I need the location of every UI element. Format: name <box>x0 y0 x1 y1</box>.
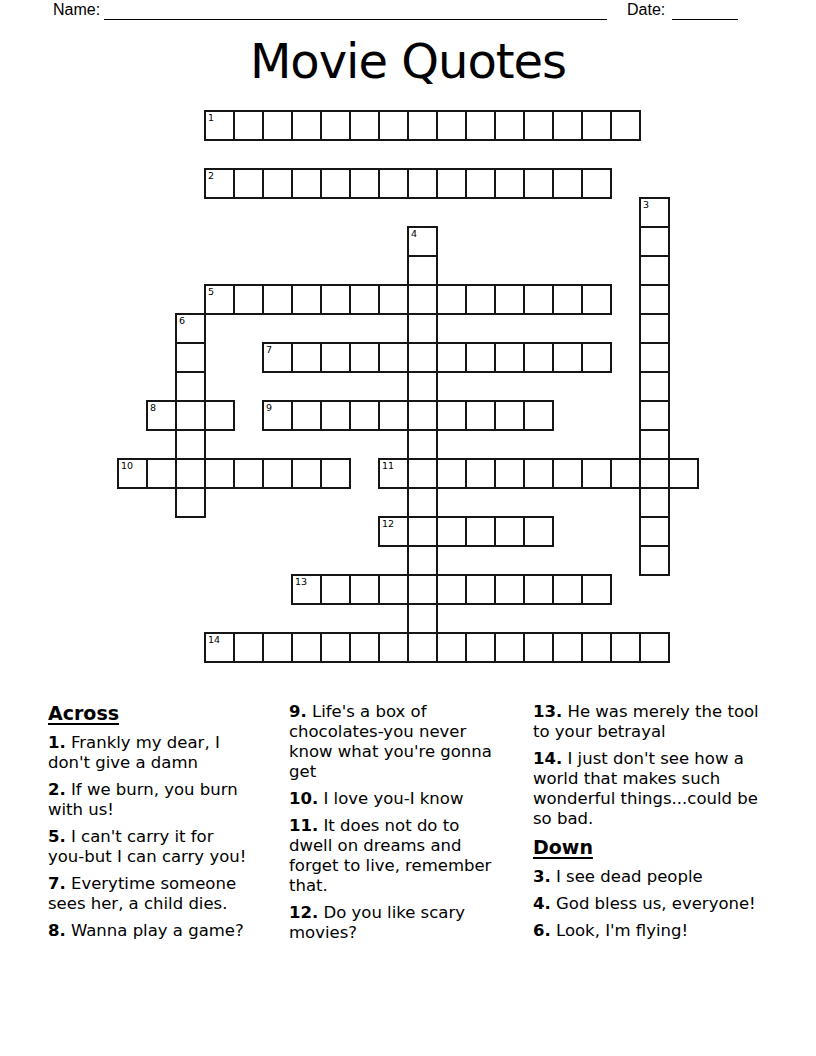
cell-number: 6 <box>179 315 185 326</box>
crossword-cell[interactable] <box>552 632 583 663</box>
crossword-cell[interactable]: 3 <box>639 197 670 228</box>
crossword-cell[interactable] <box>407 313 438 344</box>
clue-number: 4. <box>533 894 551 913</box>
clue-item-9-across: 9. Life's a box of chocolates-you never … <box>289 702 505 782</box>
crossword-cell[interactable] <box>233 458 264 489</box>
across-heading: Across <box>48 702 248 725</box>
crossword-cell[interactable] <box>175 487 206 518</box>
crossword-cell[interactable] <box>436 458 467 489</box>
crossword-cell[interactable] <box>407 110 438 141</box>
crossword-cell[interactable] <box>291 110 322 141</box>
crossword-cell[interactable] <box>494 632 525 663</box>
crossword-cell[interactable] <box>233 284 264 315</box>
cell-number: 2 <box>208 170 214 181</box>
crossword-cell[interactable] <box>320 400 351 431</box>
crossword-cell[interactable] <box>349 574 380 605</box>
crossword-cell[interactable] <box>407 400 438 431</box>
cell-number: 4 <box>411 228 417 239</box>
clue-column-1: Across1. Frankly my dear, I don't give a… <box>48 702 248 948</box>
crossword-cell[interactable]: 6 <box>175 313 206 344</box>
clue-number: 2. <box>48 780 66 799</box>
cell-number: 3 <box>643 199 649 210</box>
crossword-cell[interactable] <box>523 168 554 199</box>
crossword-cell[interactable] <box>523 574 554 605</box>
crossword-cell[interactable] <box>523 400 554 431</box>
cell-number: 8 <box>150 402 156 413</box>
crossword-cell[interactable] <box>436 284 467 315</box>
cell-number: 5 <box>208 286 214 297</box>
crossword-cell[interactable] <box>407 458 438 489</box>
clue-number: 11. <box>289 816 318 835</box>
crossword-cell[interactable]: 11 <box>378 458 409 489</box>
crossword-cell[interactable] <box>436 110 467 141</box>
crossword-cell[interactable] <box>639 284 670 315</box>
puzzle-title: Movie Quotes <box>0 36 816 86</box>
cell-number: 7 <box>266 344 272 355</box>
crossword-cell[interactable] <box>436 168 467 199</box>
crossword-cell[interactable] <box>465 342 496 373</box>
crossword-cell[interactable] <box>378 110 409 141</box>
cell-number: 9 <box>266 402 272 413</box>
crossword-cell[interactable] <box>639 429 670 460</box>
date-label: Date: <box>627 1 665 19</box>
crossword-cell[interactable] <box>349 284 380 315</box>
clue-number: 8. <box>48 921 66 940</box>
crossword-cell[interactable] <box>175 342 206 373</box>
crossword-cell[interactable] <box>523 342 554 373</box>
crossword-cell[interactable] <box>349 342 380 373</box>
clue-item-8-across: 8. Wanna play a game? <box>48 921 248 941</box>
crossword-cell[interactable]: 7 <box>262 342 293 373</box>
crossword-cell[interactable]: 2 <box>204 168 235 199</box>
crossword-cell[interactable] <box>349 632 380 663</box>
crossword-cell[interactable] <box>204 400 235 431</box>
crossword-cell[interactable] <box>378 342 409 373</box>
crossword-cell[interactable] <box>146 458 177 489</box>
crossword-cell[interactable] <box>523 284 554 315</box>
crossword-cell[interactable] <box>291 284 322 315</box>
clue-item-2-across: 2. If we burn, you burn with us! <box>48 780 248 820</box>
crossword-cell[interactable] <box>639 226 670 257</box>
crossword-cell[interactable] <box>407 545 438 576</box>
clue-item-12-across: 12. Do you like scary movies? <box>289 903 505 943</box>
crossword-cell[interactable]: 9 <box>262 400 293 431</box>
crossword-cell[interactable] <box>407 603 438 634</box>
crossword-cell[interactable] <box>639 371 670 402</box>
cell-number: 14 <box>208 634 220 645</box>
crossword-cell[interactable] <box>378 632 409 663</box>
crossword-cell[interactable] <box>523 110 554 141</box>
crossword-cell[interactable] <box>639 313 670 344</box>
crossword-cell[interactable] <box>262 168 293 199</box>
crossword-cell[interactable] <box>552 342 583 373</box>
crossword-cell[interactable]: 13 <box>291 574 322 605</box>
crossword-cell[interactable] <box>552 168 583 199</box>
crossword-cell[interactable] <box>494 400 525 431</box>
name-write-line[interactable] <box>104 19 607 20</box>
crossword-cell[interactable] <box>291 632 322 663</box>
crossword-cell[interactable] <box>668 458 699 489</box>
crossword-cell[interactable] <box>552 458 583 489</box>
crossword-cell[interactable] <box>320 110 351 141</box>
clue-number: 1. <box>48 733 66 752</box>
crossword-cell[interactable] <box>465 632 496 663</box>
crossword-cell[interactable] <box>494 110 525 141</box>
crossword-cell[interactable] <box>639 632 670 663</box>
crossword-cell[interactable]: 1 <box>204 110 235 141</box>
clue-item-10-across: 10. I love you-I know <box>289 789 505 809</box>
crossword-cell[interactable] <box>465 516 496 547</box>
crossword-cell[interactable]: 10 <box>117 458 148 489</box>
crossword-cell[interactable] <box>581 168 612 199</box>
crossword-cell[interactable] <box>407 632 438 663</box>
crossword-cell[interactable] <box>175 400 206 431</box>
crossword-cell[interactable] <box>262 458 293 489</box>
crossword-cell[interactable] <box>407 168 438 199</box>
crossword-cell[interactable] <box>407 371 438 402</box>
crossword-cell[interactable] <box>581 632 612 663</box>
crossword-cell[interactable] <box>349 168 380 199</box>
crossword-cell[interactable] <box>639 545 670 576</box>
clue-number: 6. <box>533 921 551 940</box>
clue-item-4-down: 4. God bless us, everyone! <box>533 894 773 914</box>
crossword-cell[interactable] <box>320 458 351 489</box>
crossword-cell[interactable] <box>523 516 554 547</box>
crossword-cell[interactable] <box>523 632 554 663</box>
clue-number: 7. <box>48 874 66 893</box>
crossword-cell[interactable] <box>552 110 583 141</box>
crossword-cell[interactable] <box>262 632 293 663</box>
crossword-cell[interactable] <box>639 400 670 431</box>
crossword-cell[interactable] <box>233 632 264 663</box>
crossword-cell[interactable] <box>581 110 612 141</box>
crossword-cell[interactable] <box>581 458 612 489</box>
clue-item-11-across: 11. It does not do to dwell on dreams an… <box>289 816 505 896</box>
cell-number: 12 <box>382 518 394 529</box>
crossword-cell[interactable] <box>320 574 351 605</box>
crossword-cell[interactable]: 14 <box>204 632 235 663</box>
crossword-cell[interactable] <box>494 516 525 547</box>
crossword-cell[interactable] <box>436 632 467 663</box>
crossword-cell[interactable] <box>436 400 467 431</box>
clue-column-2: 9. Life's a box of chocolates-you never … <box>289 702 505 950</box>
crossword-cell[interactable] <box>262 284 293 315</box>
crossword-cell[interactable] <box>407 429 438 460</box>
crossword-cell[interactable] <box>175 429 206 460</box>
crossword-cell[interactable] <box>494 284 525 315</box>
date-write-line[interactable] <box>672 19 738 20</box>
clue-number: 10. <box>289 789 318 808</box>
crossword-cell[interactable] <box>320 342 351 373</box>
crossword-cell[interactable] <box>523 458 554 489</box>
crossword-cell[interactable] <box>204 458 235 489</box>
crossword-cell[interactable] <box>349 110 380 141</box>
clue-column-3: 13. He was merely the tool to your betra… <box>533 702 773 948</box>
crossword-cell[interactable] <box>465 458 496 489</box>
crossword-cell[interactable] <box>407 255 438 286</box>
crossword-cell[interactable] <box>407 284 438 315</box>
crossword-cell[interactable] <box>233 168 264 199</box>
crossword-cell[interactable] <box>175 371 206 402</box>
crossword-cell[interactable] <box>320 168 351 199</box>
crossword-cell[interactable]: 4 <box>407 226 438 257</box>
crossword-cell[interactable] <box>639 342 670 373</box>
crossword-cell[interactable] <box>610 458 641 489</box>
clue-item-3-down: 3. I see dead people <box>533 867 773 887</box>
cell-number: 11 <box>382 460 394 471</box>
clue-item-5-across: 5. I can't carry it for you-but I can ca… <box>48 827 248 867</box>
crossword-cell[interactable] <box>291 168 322 199</box>
crossword-cell[interactable] <box>465 284 496 315</box>
crossword-cell[interactable] <box>639 516 670 547</box>
clue-item-7-across: 7. Everytime someone sees her, a child d… <box>48 874 248 914</box>
cell-number: 10 <box>121 460 133 471</box>
clue-number: 12. <box>289 903 318 922</box>
crossword-cell[interactable] <box>581 284 612 315</box>
crossword-cell[interactable] <box>233 110 264 141</box>
crossword-cell[interactable] <box>639 255 670 286</box>
clue-item-6-down: 6. Look, I'm flying! <box>533 921 773 941</box>
crossword-cell[interactable] <box>552 284 583 315</box>
crossword-cell[interactable] <box>465 574 496 605</box>
crossword-cell[interactable] <box>407 574 438 605</box>
cell-number: 1 <box>208 112 214 123</box>
crossword-cell[interactable] <box>436 574 467 605</box>
crossword-cell[interactable] <box>291 458 322 489</box>
crossword-cell[interactable] <box>262 110 293 141</box>
clue-number: 9. <box>289 702 307 721</box>
cell-number: 13 <box>295 576 307 587</box>
clue-number: 13. <box>533 702 562 721</box>
crossword-cell[interactable] <box>494 458 525 489</box>
crossword-grid: 1234567891011121314 <box>117 110 699 663</box>
crossword-cell[interactable] <box>494 574 525 605</box>
crossword-cell[interactable] <box>320 284 351 315</box>
crossword-cell[interactable] <box>581 574 612 605</box>
crossword-cell[interactable] <box>378 574 409 605</box>
crossword-cell[interactable] <box>291 342 322 373</box>
crossword-cell[interactable] <box>378 284 409 315</box>
crossword-cell[interactable] <box>349 400 380 431</box>
crossword-cell[interactable] <box>378 168 409 199</box>
crossword-cell[interactable]: 12 <box>378 516 409 547</box>
crossword-cell[interactable] <box>407 516 438 547</box>
crossword-cell[interactable] <box>465 110 496 141</box>
crossword-cell[interactable] <box>378 400 409 431</box>
crossword-cell[interactable] <box>175 458 206 489</box>
clue-item-13-across: 13. He was merely the tool to your betra… <box>533 702 773 742</box>
crossword-cell[interactable]: 8 <box>146 400 177 431</box>
crossword-cell[interactable] <box>291 400 322 431</box>
down-heading: Down <box>533 836 773 859</box>
crossword-cell[interactable] <box>494 168 525 199</box>
crossword-cell[interactable] <box>407 342 438 373</box>
crossword-cell[interactable] <box>436 516 467 547</box>
clue-number: 14. <box>533 749 562 768</box>
crossword-cell[interactable] <box>639 458 670 489</box>
crossword-cell[interactable] <box>581 342 612 373</box>
name-label: Name: <box>53 1 100 19</box>
crossword-cell[interactable] <box>465 400 496 431</box>
crossword-cell[interactable] <box>639 487 670 518</box>
clue-number: 5. <box>48 827 66 846</box>
clue-number: 3. <box>533 867 551 886</box>
crossword-cell[interactable] <box>465 168 496 199</box>
crossword-cell[interactable] <box>610 110 641 141</box>
crossword-cell[interactable] <box>610 632 641 663</box>
crossword-cell[interactable] <box>436 342 467 373</box>
crossword-cell[interactable] <box>552 574 583 605</box>
crossword-cell[interactable]: 5 <box>204 284 235 315</box>
crossword-cell[interactable] <box>407 487 438 518</box>
crossword-cell[interactable] <box>320 632 351 663</box>
clue-item-1-across: 1. Frankly my dear, I don't give a damn <box>48 733 248 773</box>
clue-item-14-across: 14. I just don't see how a world that ma… <box>533 749 773 829</box>
crossword-cell[interactable] <box>494 342 525 373</box>
